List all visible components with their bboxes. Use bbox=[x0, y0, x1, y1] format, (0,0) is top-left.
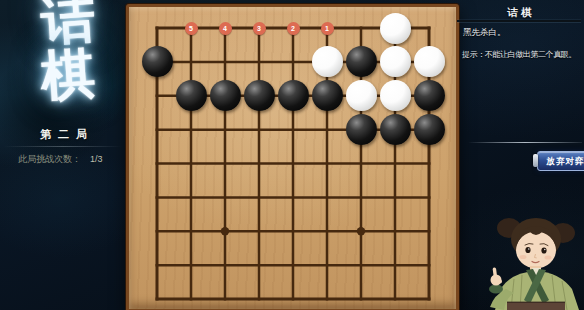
move-marker-4: 4 bbox=[219, 22, 232, 35]
white-stone bbox=[414, 46, 445, 77]
move-marker-1: 1 bbox=[321, 22, 334, 35]
move-marker-3: 3 bbox=[253, 22, 266, 35]
black-stone bbox=[244, 80, 275, 111]
white-stone bbox=[380, 46, 411, 77]
companion-character-girl bbox=[478, 205, 584, 310]
black-stone bbox=[278, 80, 309, 111]
attempts-label: 此局挑战次数： bbox=[18, 154, 81, 164]
give-up-button[interactable]: 放弃对弈 bbox=[537, 151, 584, 171]
white-stone bbox=[380, 80, 411, 111]
black-stone bbox=[380, 114, 411, 145]
white-stone bbox=[346, 80, 377, 111]
move-marker-2: 2 bbox=[287, 22, 300, 35]
attempts-counter: 此局挑战次数：1/3 bbox=[18, 153, 122, 166]
puzzle-calligraphy-title: 诘 棋 bbox=[18, 0, 122, 106]
move-marker-5: 5 bbox=[185, 22, 198, 35]
button-clasp-ornament bbox=[533, 154, 538, 167]
white-stone bbox=[380, 13, 411, 44]
black-stone bbox=[414, 80, 445, 111]
black-stone bbox=[210, 80, 241, 111]
star-point bbox=[221, 227, 229, 235]
black-stone bbox=[346, 114, 377, 145]
go-board[interactable]: 54321 bbox=[126, 4, 459, 310]
black-stone bbox=[176, 80, 207, 111]
attempts-value: 1/3 bbox=[90, 154, 103, 164]
black-stone bbox=[142, 46, 173, 77]
puzzle-panel-title: 诘棋 bbox=[455, 6, 584, 20]
right-panel-title-divider bbox=[457, 20, 581, 22]
left-panel-divider bbox=[4, 146, 122, 147]
puzzle-hint-text: 提示：不能让白做出第二个真眼。 bbox=[462, 49, 583, 60]
stage-number-label: 第二局 bbox=[0, 127, 127, 142]
black-stone bbox=[312, 80, 343, 111]
black-stone bbox=[346, 46, 377, 77]
puzzle-objective-text: 黑先杀白。 bbox=[463, 27, 581, 39]
white-stone bbox=[312, 46, 343, 77]
black-stone bbox=[414, 114, 445, 145]
calligraphy-char-qi: 棋 bbox=[39, 45, 97, 105]
button-section-divider bbox=[468, 142, 582, 143]
star-point bbox=[357, 227, 365, 235]
game-screen: 诘 棋 第二局 此局挑战次数：1/3 54321 诘棋 黑先杀白。 提示：不能让… bbox=[0, 0, 584, 310]
give-up-button-label: 放弃对弈 bbox=[547, 156, 584, 166]
